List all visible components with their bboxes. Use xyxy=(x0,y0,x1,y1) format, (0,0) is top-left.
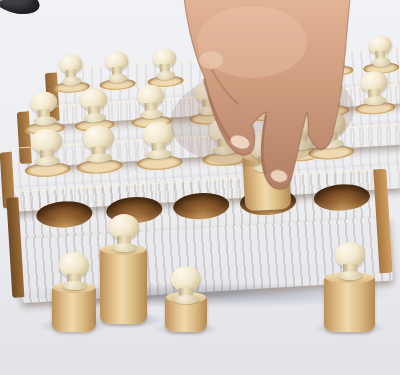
photo-scene xyxy=(0,0,400,375)
hand xyxy=(0,0,400,375)
knuckle-highlight xyxy=(199,51,223,69)
